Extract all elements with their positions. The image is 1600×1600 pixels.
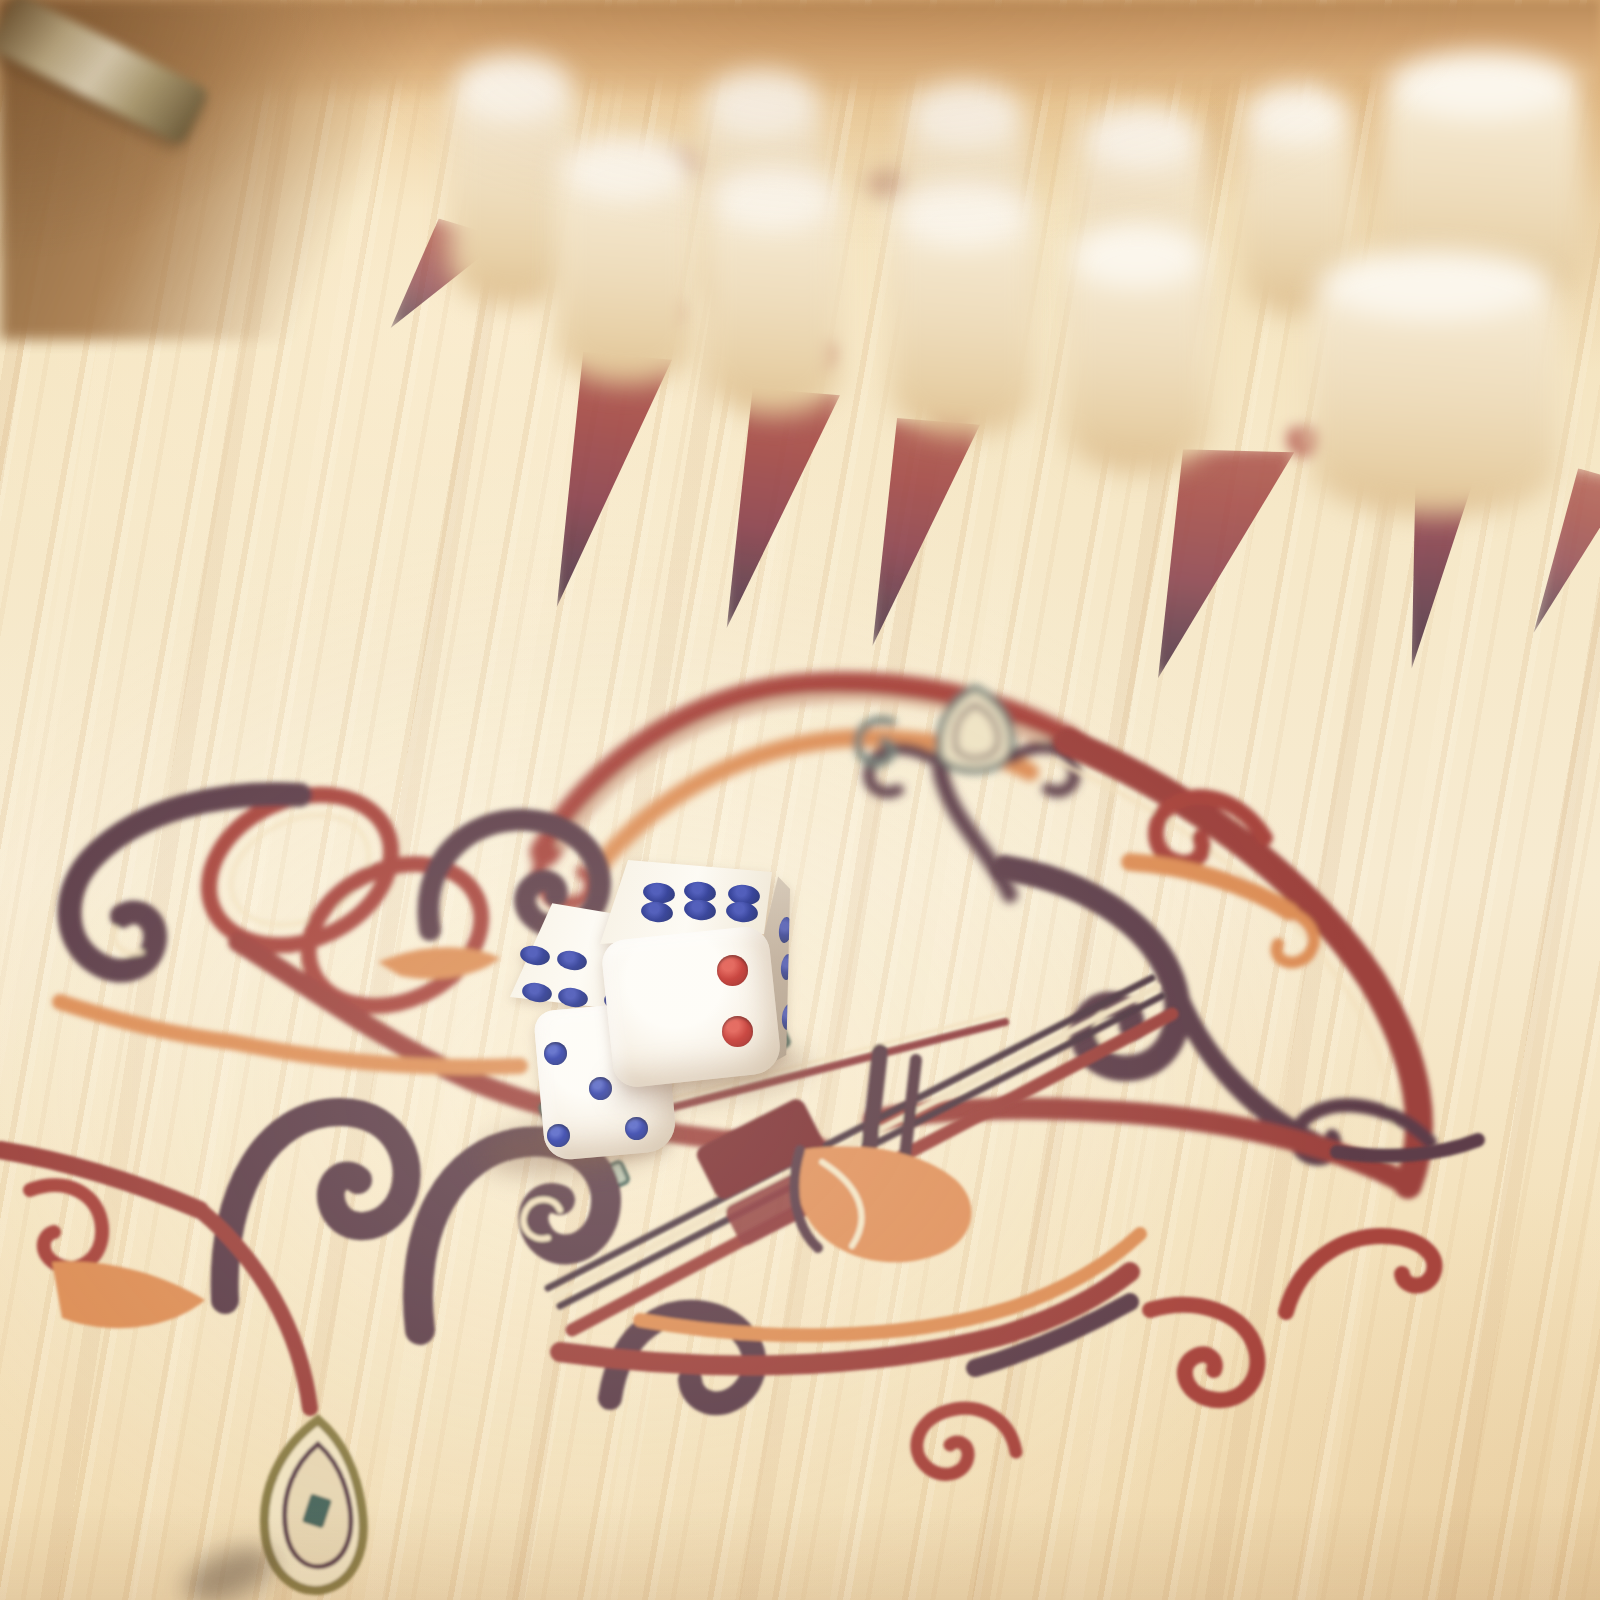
die-front-face (600, 924, 783, 1089)
die-pip (717, 955, 748, 986)
die-pip (777, 916, 793, 943)
die-right[interactable] (596, 846, 806, 1106)
backgammon-board-photo (0, 0, 1600, 1600)
die-pip (780, 1003, 796, 1030)
die-pip (547, 1124, 570, 1147)
center-medallion-ornament (0, 0, 1600, 1600)
die-pip (544, 1042, 567, 1065)
die-pip (779, 953, 795, 980)
die-pip (722, 1016, 753, 1047)
die-pip (625, 1117, 648, 1140)
